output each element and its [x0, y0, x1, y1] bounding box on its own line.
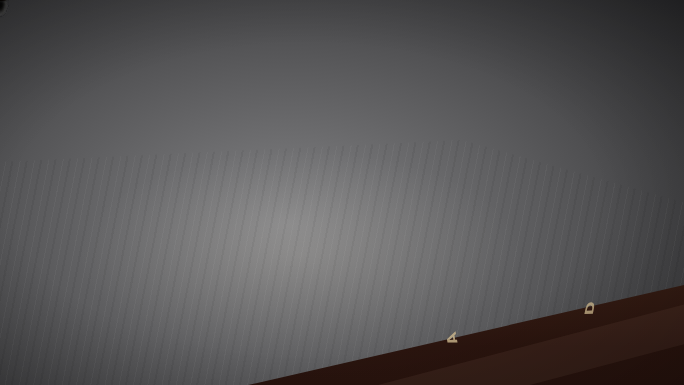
scene: ♜♜♞♞♝♝♛♛♚♚♝♝♞♞♜♜♟♟♟♟♟♟♟♟♟♟♟♟♟♟♟♟♟♟♟♟♟♟♟♟… [0, 0, 684, 385]
piece-black-rook-h8[interactable]: ♜ [0, 0, 7, 2]
pieces-layer: ♜♜♞♞♝♝♛♛♚♚♝♝♞♞♜♜♟♟♟♟♟♟♟♟♟♟♟♟♟♟♟♟♟♟♟♟♟♟♟♟… [0, 0, 684, 385]
